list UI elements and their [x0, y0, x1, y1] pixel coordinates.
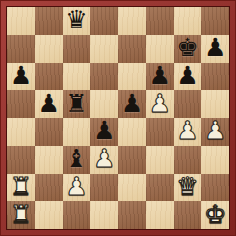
- square-g4[interactable]: ♟: [174, 118, 202, 146]
- square-e4[interactable]: [118, 118, 146, 146]
- square-a2[interactable]: ♜: [7, 174, 35, 202]
- square-h2[interactable]: [201, 174, 229, 202]
- square-a7[interactable]: [7, 35, 35, 63]
- square-h5[interactable]: [201, 90, 229, 118]
- square-f8[interactable]: [146, 7, 174, 35]
- square-b4[interactable]: [35, 118, 63, 146]
- piece-black-pawn-g6[interactable]: ♟: [176, 63, 198, 88]
- square-b8[interactable]: [35, 7, 63, 35]
- square-f5[interactable]: ♟: [146, 90, 174, 118]
- square-e8[interactable]: [118, 7, 146, 35]
- square-a8[interactable]: [7, 7, 35, 35]
- square-b6[interactable]: [35, 63, 63, 91]
- square-c2[interactable]: ♟: [63, 174, 91, 202]
- piece-white-queen-g2[interactable]: ♛: [176, 174, 198, 199]
- piece-white-pawn-g4[interactable]: ♟: [176, 118, 198, 143]
- square-e6[interactable]: [118, 63, 146, 91]
- square-a5[interactable]: [7, 90, 35, 118]
- square-f2[interactable]: [146, 174, 174, 202]
- square-g2[interactable]: ♛: [174, 174, 202, 202]
- piece-white-pawn-c2[interactable]: ♟: [65, 174, 87, 199]
- square-e3[interactable]: [118, 146, 146, 174]
- square-e7[interactable]: [118, 35, 146, 63]
- chessboard-frame: ♛♚♟♟♟♟♟♜♟♟♟♟♟♝♟♜♟♛♜♚: [0, 0, 236, 236]
- piece-white-pawn-d3[interactable]: ♟: [93, 146, 115, 171]
- square-d5[interactable]: [90, 90, 118, 118]
- square-b7[interactable]: [35, 35, 63, 63]
- square-h7[interactable]: ♟: [201, 35, 229, 63]
- square-h3[interactable]: [201, 146, 229, 174]
- square-c3[interactable]: ♝: [63, 146, 91, 174]
- square-c6[interactable]: [63, 63, 91, 91]
- piece-black-queen-c8[interactable]: ♛: [65, 7, 87, 32]
- square-c7[interactable]: [63, 35, 91, 63]
- square-d3[interactable]: ♟: [90, 146, 118, 174]
- square-d2[interactable]: [90, 174, 118, 202]
- square-g5[interactable]: [174, 90, 202, 118]
- piece-white-pawn-f5[interactable]: ♟: [148, 91, 170, 116]
- square-e2[interactable]: [118, 174, 146, 202]
- square-d7[interactable]: [90, 35, 118, 63]
- square-c5[interactable]: ♜: [63, 90, 91, 118]
- square-f4[interactable]: [146, 118, 174, 146]
- piece-black-bishop-c3[interactable]: ♝: [65, 146, 87, 171]
- square-a3[interactable]: [7, 146, 35, 174]
- square-b5[interactable]: ♟: [35, 90, 63, 118]
- piece-black-pawn-f6[interactable]: ♟: [148, 63, 170, 88]
- square-h4[interactable]: ♟: [201, 118, 229, 146]
- piece-black-pawn-a6[interactable]: ♟: [10, 63, 32, 88]
- square-f7[interactable]: [146, 35, 174, 63]
- piece-black-pawn-h7[interactable]: ♟: [204, 35, 226, 60]
- square-d8[interactable]: [90, 7, 118, 35]
- piece-white-pawn-h4[interactable]: ♟: [204, 118, 226, 143]
- square-f3[interactable]: [146, 146, 174, 174]
- piece-black-king-g7[interactable]: ♚: [176, 35, 198, 60]
- square-g3[interactable]: [174, 146, 202, 174]
- chessboard: ♛♚♟♟♟♟♟♜♟♟♟♟♟♝♟♜♟♛♜♚: [6, 6, 230, 230]
- piece-black-pawn-b5[interactable]: ♟: [37, 91, 59, 116]
- piece-white-rook-a1[interactable]: ♜: [10, 202, 32, 227]
- square-d4[interactable]: ♟: [90, 118, 118, 146]
- piece-white-king-h1[interactable]: ♚: [204, 202, 226, 227]
- square-f6[interactable]: ♟: [146, 63, 174, 91]
- square-c4[interactable]: [63, 118, 91, 146]
- square-b1[interactable]: [35, 201, 63, 229]
- square-b3[interactable]: [35, 146, 63, 174]
- square-b2[interactable]: [35, 174, 63, 202]
- square-e5[interactable]: ♟: [118, 90, 146, 118]
- square-f1[interactable]: [146, 201, 174, 229]
- square-g8[interactable]: [174, 7, 202, 35]
- square-a6[interactable]: ♟: [7, 63, 35, 91]
- square-a4[interactable]: [7, 118, 35, 146]
- square-d1[interactable]: [90, 201, 118, 229]
- piece-black-pawn-d4[interactable]: ♟: [93, 118, 115, 143]
- square-e1[interactable]: [118, 201, 146, 229]
- square-c8[interactable]: ♛: [63, 7, 91, 35]
- square-h6[interactable]: [201, 63, 229, 91]
- piece-black-pawn-e5[interactable]: ♟: [121, 91, 143, 116]
- piece-black-rook-c5[interactable]: ♜: [65, 91, 87, 116]
- piece-white-rook-a2[interactable]: ♜: [10, 174, 32, 199]
- square-c1[interactable]: [63, 201, 91, 229]
- square-h8[interactable]: [201, 7, 229, 35]
- square-g1[interactable]: [174, 201, 202, 229]
- square-d6[interactable]: [90, 63, 118, 91]
- square-g7[interactable]: ♚: [174, 35, 202, 63]
- square-h1[interactable]: ♚: [201, 201, 229, 229]
- square-g6[interactable]: ♟: [174, 63, 202, 91]
- square-a1[interactable]: ♜: [7, 201, 35, 229]
